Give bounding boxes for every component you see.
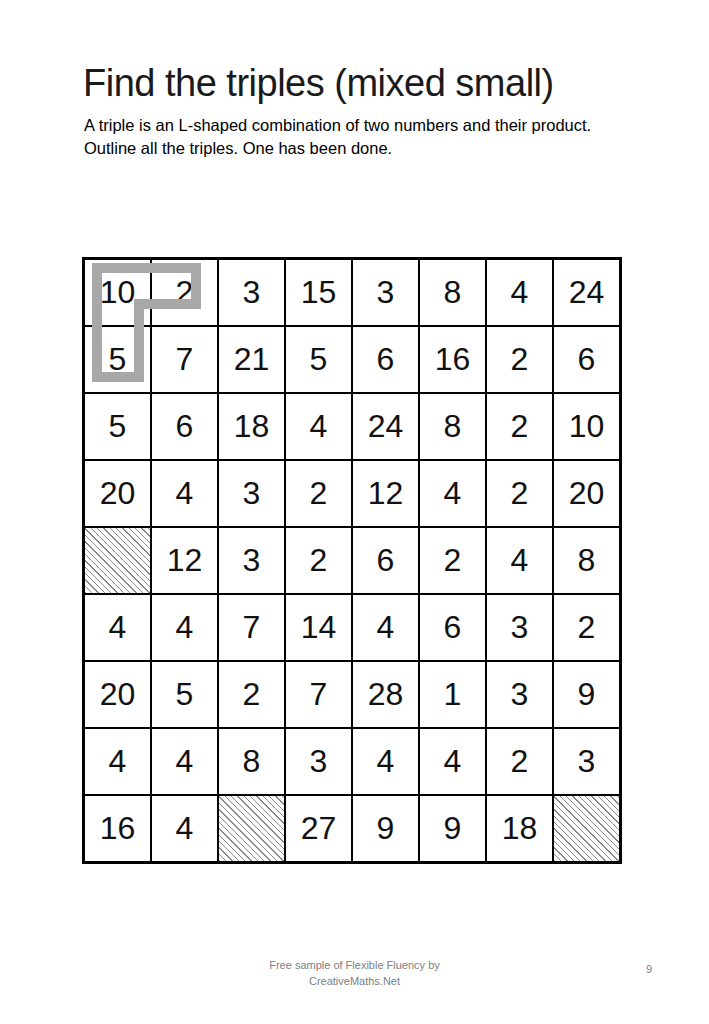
grid-cell[interactable]: 7 bbox=[151, 326, 218, 393]
grid-cell[interactable]: 6 bbox=[553, 326, 620, 393]
grid-cell[interactable]: 28 bbox=[352, 661, 419, 728]
hatched-cell bbox=[84, 527, 151, 594]
grid-cell[interactable]: 4 bbox=[352, 594, 419, 661]
grid-cell[interactable]: 9 bbox=[553, 661, 620, 728]
worksheet-page: Find the triples (mixed small) A triple … bbox=[0, 0, 709, 1024]
page-title: Find the triples (mixed small) bbox=[83, 62, 554, 105]
grid-cell[interactable]: 4 bbox=[84, 728, 151, 795]
grid-cell[interactable]: 9 bbox=[419, 795, 486, 862]
grid-cell[interactable]: 3 bbox=[218, 259, 285, 326]
grid-cell[interactable]: 2 bbox=[553, 594, 620, 661]
grid-cell[interactable]: 3 bbox=[285, 728, 352, 795]
grid-cell[interactable]: 1 bbox=[419, 661, 486, 728]
instructions: A triple is an L-shaped combination of t… bbox=[84, 114, 644, 159]
grid-cell[interactable]: 8 bbox=[419, 393, 486, 460]
grid-cell[interactable]: 4 bbox=[84, 594, 151, 661]
instructions-line-2: Outline all the triples. One has been do… bbox=[84, 137, 644, 160]
grid-cell[interactable]: 5 bbox=[151, 661, 218, 728]
hatched-cell bbox=[218, 795, 285, 862]
grid-cell[interactable]: 3 bbox=[218, 527, 285, 594]
hatched-cell bbox=[553, 795, 620, 862]
grid-cell[interactable]: 2 bbox=[218, 661, 285, 728]
grid-cell[interactable]: 5 bbox=[285, 326, 352, 393]
grid-cell[interactable]: 2 bbox=[151, 259, 218, 326]
grid-cell[interactable]: 16 bbox=[84, 795, 151, 862]
grid-cell[interactable]: 15 bbox=[285, 259, 352, 326]
grid-cell[interactable]: 4 bbox=[285, 393, 352, 460]
footer: Free sample of Flexible Fluency by Creat… bbox=[0, 957, 709, 989]
footer-line-2: CreativeMaths.Net bbox=[0, 973, 709, 989]
grid-cell[interactable]: 3 bbox=[352, 259, 419, 326]
grid-cell[interactable]: 24 bbox=[553, 259, 620, 326]
grid-cell[interactable]: 20 bbox=[84, 661, 151, 728]
grid-cell[interactable]: 4 bbox=[419, 460, 486, 527]
grid-cell[interactable]: 4 bbox=[419, 728, 486, 795]
grid-cell[interactable]: 18 bbox=[486, 795, 553, 862]
grid-cell[interactable]: 4 bbox=[486, 527, 553, 594]
grid-cell[interactable]: 24 bbox=[352, 393, 419, 460]
grid-cell[interactable]: 4 bbox=[151, 460, 218, 527]
grid-cell[interactable]: 4 bbox=[352, 728, 419, 795]
grid-cell[interactable]: 6 bbox=[352, 527, 419, 594]
grid-cell[interactable]: 4 bbox=[486, 259, 553, 326]
grid-cell[interactable]: 8 bbox=[553, 527, 620, 594]
grid-cell[interactable]: 2 bbox=[285, 527, 352, 594]
grid-cell[interactable]: 7 bbox=[218, 594, 285, 661]
grid-cell[interactable]: 2 bbox=[486, 393, 553, 460]
grid-cell[interactable]: 8 bbox=[218, 728, 285, 795]
puzzle-grid: 10 2 3 15 3 8 4 24 5 7 21 5 6 16 2 6 5 6… bbox=[82, 257, 622, 864]
footer-line-1: Free sample of Flexible Fluency by bbox=[0, 957, 709, 973]
grid-cell[interactable]: 27 bbox=[285, 795, 352, 862]
grid-cell[interactable]: 9 bbox=[352, 795, 419, 862]
grid-cell[interactable]: 2 bbox=[285, 460, 352, 527]
grid-cell[interactable]: 10 bbox=[553, 393, 620, 460]
grid-cell[interactable]: 20 bbox=[553, 460, 620, 527]
grid-cell[interactable]: 4 bbox=[151, 594, 218, 661]
grid-cell[interactable]: 5 bbox=[84, 393, 151, 460]
grid-cell[interactable]: 3 bbox=[553, 728, 620, 795]
grid-cell[interactable]: 20 bbox=[84, 460, 151, 527]
grid-cell[interactable]: 5 bbox=[84, 326, 151, 393]
grid-cell[interactable]: 14 bbox=[285, 594, 352, 661]
grid-cell[interactable]: 16 bbox=[419, 326, 486, 393]
grid-cell[interactable]: 2 bbox=[486, 326, 553, 393]
grid-cell[interactable]: 3 bbox=[486, 594, 553, 661]
grid-cell[interactable]: 4 bbox=[151, 795, 218, 862]
grid-cell[interactable]: 8 bbox=[419, 259, 486, 326]
grid-cell[interactable]: 12 bbox=[151, 527, 218, 594]
grid-cell[interactable]: 7 bbox=[285, 661, 352, 728]
grid-cell[interactable]: 6 bbox=[151, 393, 218, 460]
grid-cell[interactable]: 18 bbox=[218, 393, 285, 460]
grid-cell[interactable]: 3 bbox=[486, 661, 553, 728]
grid-cell[interactable]: 6 bbox=[419, 594, 486, 661]
grid-cell[interactable]: 21 bbox=[218, 326, 285, 393]
grid-cell[interactable]: 2 bbox=[486, 728, 553, 795]
grid-cell[interactable]: 2 bbox=[419, 527, 486, 594]
grid-cell[interactable]: 3 bbox=[218, 460, 285, 527]
grid-cell[interactable]: 2 bbox=[486, 460, 553, 527]
instructions-line-1: A triple is an L-shaped combination of t… bbox=[84, 114, 644, 137]
grid-cell[interactable]: 12 bbox=[352, 460, 419, 527]
page-number: 9 bbox=[646, 963, 652, 975]
grid-cell[interactable]: 4 bbox=[151, 728, 218, 795]
grid-cell[interactable]: 10 bbox=[84, 259, 151, 326]
grid-cell[interactable]: 6 bbox=[352, 326, 419, 393]
